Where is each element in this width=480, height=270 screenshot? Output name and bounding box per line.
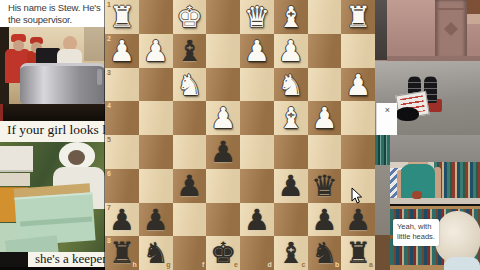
square-g4[interactable] xyxy=(139,101,173,135)
heads-caption-box: Yeah, with little heads. xyxy=(393,219,439,246)
square-h8[interactable]: 8h♜ xyxy=(105,236,139,270)
square-a7[interactable]: ♟ xyxy=(341,203,375,237)
piece-white-bishop[interactable]: ♝ xyxy=(274,101,308,135)
keeper-caption-bottom: she's a keeper xyxy=(35,252,105,267)
square-h2[interactable]: 2♟ xyxy=(105,34,139,68)
piece-white-pawn[interactable]: ♟ xyxy=(105,34,139,68)
piece-black-pawn[interactable]: ♟ xyxy=(105,203,139,237)
piece-white-king[interactable]: ♚ xyxy=(173,0,207,34)
ad-popup: × xyxy=(376,103,397,135)
square-c4[interactable]: ♝ xyxy=(274,101,308,135)
square-c1[interactable]: ♝ xyxy=(274,0,308,34)
square-e2[interactable] xyxy=(206,34,240,68)
piece-white-knight[interactable]: ♞ xyxy=(173,68,207,102)
piece-black-knight[interactable]: ♞ xyxy=(139,236,173,270)
hive-box xyxy=(0,173,30,186)
square-d8[interactable]: d xyxy=(240,236,274,270)
hat xyxy=(396,107,419,121)
square-g1[interactable] xyxy=(139,0,173,34)
square-f4[interactable] xyxy=(173,101,207,135)
photo-divider xyxy=(0,104,105,121)
wall-ornament xyxy=(84,27,105,61)
square-d3[interactable] xyxy=(240,68,274,102)
square-d6[interactable] xyxy=(240,169,274,203)
close-icon[interactable]: × xyxy=(381,105,394,116)
square-e6[interactable] xyxy=(206,169,240,203)
hive-groove xyxy=(20,216,92,226)
stone-carving xyxy=(437,8,465,10)
square-c2[interactable]: ♟ xyxy=(274,34,308,68)
bookstore-photo xyxy=(390,162,480,204)
keeper-meme-top-strip: If your girl looks lik xyxy=(0,121,105,142)
square-h1[interactable]: 1♜ xyxy=(105,0,139,34)
rank-label: 5 xyxy=(107,136,111,144)
photo-edge xyxy=(0,104,3,121)
square-d7[interactable]: ♟ xyxy=(240,203,274,237)
square-f7[interactable] xyxy=(173,203,207,237)
piece-black-pawn[interactable]: ♟ xyxy=(240,203,274,237)
piece-black-knight[interactable]: ♞ xyxy=(308,236,342,270)
piece-black-pawn[interactable]: ♟ xyxy=(206,135,240,169)
heads-caption: Yeah, with little heads. xyxy=(397,222,439,241)
square-h3[interactable]: 3 xyxy=(105,68,139,102)
piece-black-king[interactable]: ♚ xyxy=(206,236,240,270)
piece-white-pawn[interactable]: ♟ xyxy=(308,101,342,135)
file-label: d xyxy=(267,261,271,269)
keeper-caption-top: If your girl looks lik xyxy=(7,122,105,138)
video-frame: His name is Stew. He's the soupervisor. … xyxy=(0,0,480,270)
square-h7[interactable]: 7♟ xyxy=(105,203,139,237)
square-d4[interactable] xyxy=(240,101,274,135)
square-b1[interactable] xyxy=(308,0,342,34)
piece-white-pawn[interactable]: ♟ xyxy=(274,34,308,68)
file-label: f xyxy=(202,261,204,269)
square-b6[interactable]: ♛ xyxy=(308,169,342,203)
rank-label: 6 xyxy=(107,170,111,178)
square-b7[interactable]: ♟ xyxy=(308,203,342,237)
hive-box xyxy=(0,146,33,172)
beekeeper-photo xyxy=(0,142,105,252)
piece-white-pawn[interactable]: ♟ xyxy=(240,34,274,68)
piece-white-pawn[interactable]: ♟ xyxy=(139,34,173,68)
square-e4[interactable]: ♟ xyxy=(206,101,240,135)
square-a8[interactable]: a♜ xyxy=(341,236,375,270)
wall-shadow xyxy=(375,0,387,60)
soup-kitchen-photo xyxy=(0,27,105,104)
mouse-cursor-icon xyxy=(351,187,363,205)
square-b3[interactable] xyxy=(308,68,342,102)
square-a1[interactable]: ♜ xyxy=(341,0,375,34)
pavement xyxy=(390,135,480,162)
ladle xyxy=(97,69,102,85)
piece-black-bishop[interactable]: ♝ xyxy=(274,236,308,270)
rank-label: 3 xyxy=(107,69,111,77)
piece-black-pawn[interactable]: ♟ xyxy=(173,169,207,203)
square-a5[interactable] xyxy=(341,135,375,169)
keeper-meme-bottom-strip: she's a keeper xyxy=(28,252,105,267)
chess-board[interactable]: 1♜♚♛♝♜2♟♟♝♟♟3♞♞♟4♟♝♟5♟6♟♟♛7♟♟♟♟♟8h♜g♞fe♚… xyxy=(105,0,375,270)
stone-carving xyxy=(444,22,458,36)
piece-white-queen[interactable]: ♛ xyxy=(240,0,274,34)
piece-white-rook[interactable]: ♜ xyxy=(341,0,375,34)
square-h4[interactable]: 4 xyxy=(105,101,139,135)
square-f1[interactable]: ♚ xyxy=(173,0,207,34)
piece-black-queen[interactable]: ♛ xyxy=(308,169,342,203)
square-h5[interactable]: 5 xyxy=(105,135,139,169)
counter xyxy=(390,198,480,204)
square-g6[interactable] xyxy=(139,169,173,203)
woman-arm xyxy=(434,167,441,200)
stone-pilaster xyxy=(435,0,467,58)
square-e7[interactable] xyxy=(206,203,240,237)
photo-sliver xyxy=(375,135,390,270)
piece-white-pawn[interactable]: ♟ xyxy=(206,101,240,135)
square-f8[interactable]: f xyxy=(173,236,207,270)
square-f3[interactable]: ♞ xyxy=(173,68,207,102)
square-a2[interactable] xyxy=(341,34,375,68)
square-f6[interactable]: ♟ xyxy=(173,169,207,203)
wood-texture xyxy=(375,235,390,270)
stone-texture xyxy=(375,165,390,235)
piece-white-knight[interactable]: ♞ xyxy=(274,68,308,102)
piece-white-rook[interactable]: ♜ xyxy=(105,0,139,34)
giant-soup-pot xyxy=(20,63,105,104)
square-c5[interactable] xyxy=(274,135,308,169)
square-e3[interactable] xyxy=(206,68,240,102)
piece-black-pawn[interactable]: ♟ xyxy=(341,203,375,237)
square-d2[interactable]: ♟ xyxy=(240,34,274,68)
square-c3[interactable]: ♞ xyxy=(274,68,308,102)
piece-white-bishop[interactable]: ♝ xyxy=(274,0,308,34)
square-g2[interactable]: ♟ xyxy=(139,34,173,68)
chef-head xyxy=(13,40,24,51)
square-b4[interactable]: ♟ xyxy=(308,101,342,135)
square-e8[interactable]: e♚ xyxy=(206,236,240,270)
square-d5[interactable] xyxy=(240,135,274,169)
stew-caption: His name is Stew. He's the soupervisor. xyxy=(8,2,104,26)
square-g3[interactable] xyxy=(139,68,173,102)
square-g7[interactable]: ♟ xyxy=(139,203,173,237)
square-b8[interactable]: b♞ xyxy=(308,236,342,270)
square-e5[interactable]: ♟ xyxy=(206,135,240,169)
square-g8[interactable]: g♞ xyxy=(139,236,173,270)
square-h6[interactable]: 6 xyxy=(105,169,139,203)
square-a3[interactable]: ♟ xyxy=(341,68,375,102)
square-g5[interactable] xyxy=(139,135,173,169)
square-e1[interactable] xyxy=(206,0,240,34)
piece-black-rook[interactable]: ♜ xyxy=(105,236,139,270)
book-spines xyxy=(375,135,390,165)
square-f2[interactable]: ♝ xyxy=(173,34,207,68)
teapot xyxy=(412,191,422,199)
square-f5[interactable] xyxy=(173,135,207,169)
square-c7[interactable] xyxy=(274,203,308,237)
piece-white-pawn[interactable]: ♟ xyxy=(341,68,375,102)
piece-black-bishop[interactable]: ♝ xyxy=(173,34,207,68)
square-b2[interactable] xyxy=(308,34,342,68)
square-b5[interactable] xyxy=(308,135,342,169)
square-c8[interactable]: c♝ xyxy=(274,236,308,270)
square-c6[interactable]: ♟ xyxy=(274,169,308,203)
square-d1[interactable]: ♛ xyxy=(240,0,274,34)
piece-black-pawn[interactable]: ♟ xyxy=(139,203,173,237)
elderly-person-shoulder xyxy=(444,257,480,270)
beekeeper-face xyxy=(68,150,85,165)
stew-meme-card: His name is Stew. He's the soupervisor. xyxy=(0,0,105,27)
rank-label: 4 xyxy=(107,102,111,110)
square-a4[interactable] xyxy=(341,101,375,135)
piece-black-rook[interactable]: ♜ xyxy=(341,236,375,270)
piece-black-pawn[interactable]: ♟ xyxy=(274,169,308,203)
piece-black-pawn[interactable]: ♟ xyxy=(308,203,342,237)
